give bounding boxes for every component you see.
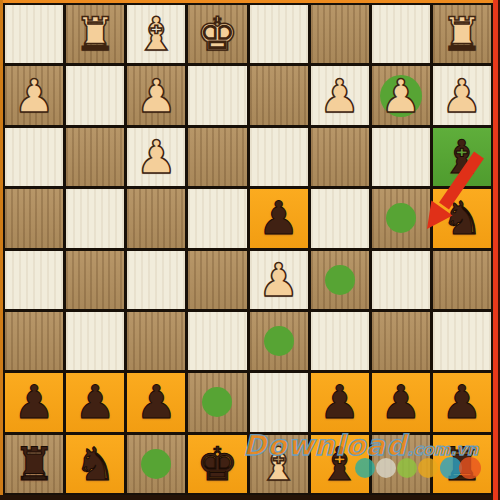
square-g5[interactable]	[66, 251, 124, 309]
square-h3[interactable]	[5, 128, 63, 186]
legal-move-dot	[325, 265, 355, 295]
square-f7[interactable]: ♟	[127, 373, 185, 431]
black-bishop: ♝	[319, 441, 360, 487]
square-b3[interactable]	[372, 128, 430, 186]
black-pawn: ♟	[258, 195, 299, 241]
square-h7[interactable]: ♟	[5, 373, 63, 431]
square-g8[interactable]: ♞	[66, 435, 124, 493]
black-pawn: ♟	[75, 379, 116, 425]
square-a6[interactable]	[433, 312, 491, 370]
square-h8[interactable]: ♜	[5, 435, 63, 493]
white-rook: ♜	[441, 11, 482, 57]
black-pawn: ♟	[136, 379, 177, 425]
square-d7[interactable]	[250, 373, 308, 431]
white-king: ♚	[197, 11, 238, 57]
square-f8[interactable]	[127, 435, 185, 493]
square-e2[interactable]	[188, 66, 246, 124]
square-f5[interactable]	[127, 251, 185, 309]
square-h4[interactable]	[5, 189, 63, 247]
black-pawn: ♟	[319, 379, 360, 425]
white-pawn: ♟	[380, 73, 421, 119]
square-b8[interactable]	[372, 435, 430, 493]
square-e8[interactable]: ♚	[188, 435, 246, 493]
square-d2[interactable]	[250, 66, 308, 124]
square-a1[interactable]: ♜	[433, 5, 491, 63]
square-c1[interactable]	[311, 5, 369, 63]
square-f3[interactable]: ♟	[127, 128, 185, 186]
square-f6[interactable]	[127, 312, 185, 370]
black-pawn: ♟	[380, 379, 421, 425]
black-rook: ♜	[441, 441, 482, 487]
white-pawn: ♟	[441, 73, 482, 119]
square-a4[interactable]: ♞	[433, 189, 491, 247]
white-bishop: ♝	[136, 11, 177, 57]
square-g4[interactable]	[66, 189, 124, 247]
black-pawn: ♟	[441, 379, 482, 425]
white-pawn: ♟	[13, 73, 54, 119]
legal-move-dot	[386, 203, 416, 233]
square-a2[interactable]: ♟	[433, 66, 491, 124]
legal-move-dot	[202, 387, 232, 417]
square-h1[interactable]	[5, 5, 63, 63]
white-bishop: ♝	[258, 441, 299, 487]
white-pawn: ♟	[319, 73, 360, 119]
square-d3[interactable]	[250, 128, 308, 186]
black-king: ♚	[197, 441, 238, 487]
square-a8[interactable]: ♜	[433, 435, 491, 493]
square-b6[interactable]	[372, 312, 430, 370]
square-h6[interactable]	[5, 312, 63, 370]
square-b7[interactable]: ♟	[372, 373, 430, 431]
square-c5[interactable]	[311, 251, 369, 309]
square-d5[interactable]: ♟	[250, 251, 308, 309]
square-c2[interactable]: ♟	[311, 66, 369, 124]
square-a7[interactable]: ♟	[433, 373, 491, 431]
square-c4[interactable]	[311, 189, 369, 247]
square-f1[interactable]: ♝	[127, 5, 185, 63]
square-e7[interactable]	[188, 373, 246, 431]
frame-right-edge	[493, 0, 500, 500]
square-g1[interactable]: ♜	[66, 5, 124, 63]
square-h2[interactable]: ♟	[5, 66, 63, 124]
white-pawn: ♟	[136, 134, 177, 180]
square-d4[interactable]: ♟	[250, 189, 308, 247]
square-c7[interactable]: ♟	[311, 373, 369, 431]
square-b1[interactable]	[372, 5, 430, 63]
square-f4[interactable]	[127, 189, 185, 247]
white-rook: ♜	[75, 11, 116, 57]
square-b4[interactable]	[372, 189, 430, 247]
square-g7[interactable]: ♟	[66, 373, 124, 431]
black-knight: ♞	[441, 195, 482, 241]
square-h5[interactable]	[5, 251, 63, 309]
square-g2[interactable]	[66, 66, 124, 124]
square-a5[interactable]	[433, 251, 491, 309]
square-e5[interactable]	[188, 251, 246, 309]
square-b2[interactable]: ♟	[372, 66, 430, 124]
square-c3[interactable]	[311, 128, 369, 186]
black-pawn: ♟	[13, 379, 54, 425]
frame-bottom-edge	[0, 495, 500, 500]
legal-move-dot	[264, 326, 294, 356]
white-pawn: ♟	[136, 73, 177, 119]
square-f2[interactable]: ♟	[127, 66, 185, 124]
black-knight: ♞	[75, 441, 116, 487]
square-d6[interactable]	[250, 312, 308, 370]
square-d1[interactable]	[250, 5, 308, 63]
square-c8[interactable]: ♝	[311, 435, 369, 493]
square-g3[interactable]	[66, 128, 124, 186]
legal-move-dot	[141, 449, 171, 479]
square-e6[interactable]	[188, 312, 246, 370]
square-b5[interactable]	[372, 251, 430, 309]
square-c6[interactable]	[311, 312, 369, 370]
square-g6[interactable]	[66, 312, 124, 370]
square-a3[interactable]: ♝	[433, 128, 491, 186]
chess-app-screenshot: ♜♝♚♜♟♟♟♟♟♟♝♟♞♟♟♟♟♟♟♟♜♞♚♝♝♜ Download.com.…	[0, 0, 500, 500]
black-rook: ♜	[13, 441, 54, 487]
square-e4[interactable]	[188, 189, 246, 247]
square-e3[interactable]	[188, 128, 246, 186]
chess-board: ♜♝♚♜♟♟♟♟♟♟♝♟♞♟♟♟♟♟♟♟♜♞♚♝♝♜	[3, 3, 493, 495]
black-bishop: ♝	[441, 134, 482, 180]
white-pawn: ♟	[258, 257, 299, 303]
square-e1[interactable]: ♚	[188, 5, 246, 63]
square-d8[interactable]: ♝	[250, 435, 308, 493]
